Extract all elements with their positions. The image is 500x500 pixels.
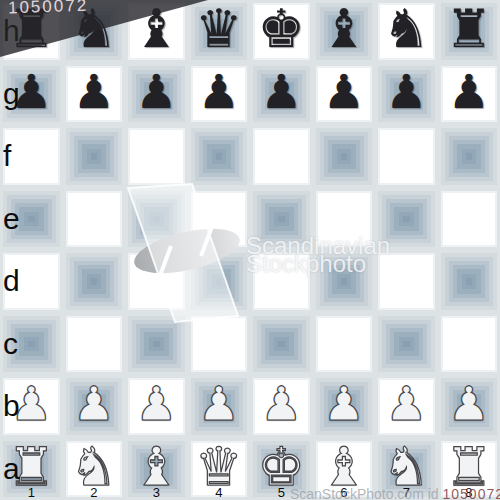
white-pawn-piece[interactable]: ♟ [73,373,115,435]
square-e2[interactable] [63,188,126,251]
black-pawn-piece[interactable]: ♟ [385,61,427,123]
black-pawn-piece[interactable]: ♟ [73,61,115,123]
white-pawn-piece[interactable]: ♟ [448,373,490,435]
square-b3[interactable]: ♟ [125,375,188,438]
square-g6[interactable]: ♟ [313,63,376,126]
file-label-6: 6 [313,485,376,500]
square-b5[interactable]: ♟ [250,375,313,438]
square-d3[interactable] [125,250,188,313]
white-pawn-piece[interactable]: ♟ [260,373,302,435]
rank-label-b: b [3,375,27,438]
square-e5[interactable] [250,188,313,251]
square-h7[interactable]: ♞ [375,0,438,63]
square-e4[interactable] [188,188,251,251]
square-c2[interactable] [63,313,126,376]
square-f3[interactable] [125,125,188,188]
square-g5[interactable]: ♟ [250,63,313,126]
square-d6[interactable] [313,250,376,313]
square-f5[interactable] [250,125,313,188]
file-label-4: 4 [188,485,251,500]
square-d2[interactable] [63,250,126,313]
rank-label-e: e [3,188,27,251]
black-bishop-piece[interactable]: ♝ [320,0,368,60]
square-g4[interactable]: ♟ [188,63,251,126]
stock-photo-chess-diagram: ♜♞♝♛♚♝♞♜♟♟♟♟♟♟♟♟♟♟♟♟♟♟♟♟♜♞♝♛♚♝♞♜ hgfedcb… [0,0,500,500]
square-f7[interactable] [375,125,438,188]
square-h4[interactable]: ♛ [188,0,251,63]
file-label-2: 2 [63,485,126,500]
square-c3[interactable] [125,313,188,376]
square-e6[interactable] [313,188,376,251]
chess-board: ♜♞♝♛♚♝♞♜♟♟♟♟♟♟♟♟♟♟♟♟♟♟♟♟♜♞♝♛♚♝♞♜ [0,0,500,500]
square-b6[interactable]: ♟ [313,375,376,438]
black-pawn-piece[interactable]: ♟ [198,61,240,123]
square-b2[interactable]: ♟ [63,375,126,438]
square-f6[interactable] [313,125,376,188]
square-h8[interactable]: ♜ [438,0,500,63]
black-pawn-piece[interactable]: ♟ [135,61,177,123]
square-c7[interactable] [375,313,438,376]
file-label-3: 3 [125,485,188,500]
square-b7[interactable]: ♟ [375,375,438,438]
square-g3[interactable]: ♟ [125,63,188,126]
square-d4[interactable] [188,250,251,313]
square-d5[interactable] [250,250,313,313]
square-g2[interactable]: ♟ [63,63,126,126]
square-g7[interactable]: ♟ [375,63,438,126]
black-king-piece[interactable]: ♚ [257,0,305,60]
file-label-1: 1 [0,485,63,500]
file-label-7: 7 [375,485,438,500]
black-rook-piece[interactable]: ♜ [445,0,493,60]
white-pawn-piece[interactable]: ♟ [198,373,240,435]
black-queen-piece[interactable]: ♛ [195,0,243,60]
white-pawn-piece[interactable]: ♟ [323,373,365,435]
square-d8[interactable] [438,250,500,313]
image-id-watermark: 1050072 [8,0,89,18]
square-b8[interactable]: ♟ [438,375,500,438]
square-f8[interactable] [438,125,500,188]
square-g8[interactable]: ♟ [438,63,500,126]
rank-label-f: f [3,125,27,188]
file-label-8: 8 [438,485,500,500]
rank-label-c: c [3,313,27,376]
white-pawn-piece[interactable]: ♟ [385,373,427,435]
rank-label-g: g [3,63,27,126]
square-h6[interactable]: ♝ [313,0,376,63]
square-b4[interactable]: ♟ [188,375,251,438]
square-f4[interactable] [188,125,251,188]
black-knight-piece[interactable]: ♞ [382,0,430,60]
black-pawn-piece[interactable]: ♟ [448,61,490,123]
square-c5[interactable] [250,313,313,376]
file-label-5: 5 [250,485,313,500]
square-c8[interactable] [438,313,500,376]
rank-label-d: d [3,250,27,313]
square-h5[interactable]: ♚ [250,0,313,63]
square-e3[interactable] [125,188,188,251]
white-pawn-piece[interactable]: ♟ [135,373,177,435]
square-f2[interactable] [63,125,126,188]
square-e8[interactable] [438,188,500,251]
black-pawn-piece[interactable]: ♟ [260,61,302,123]
square-d7[interactable] [375,250,438,313]
black-pawn-piece[interactable]: ♟ [323,61,365,123]
square-c4[interactable] [188,313,251,376]
square-e7[interactable] [375,188,438,251]
square-c6[interactable] [313,313,376,376]
